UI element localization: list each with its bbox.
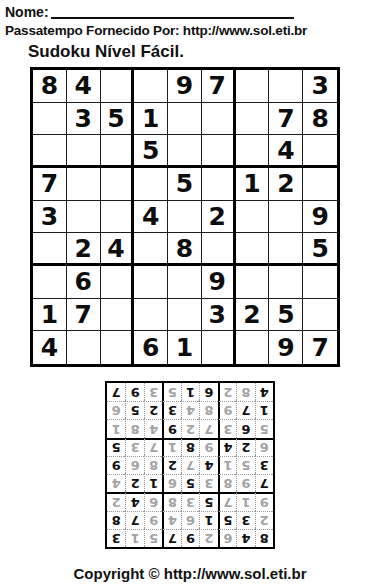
cell-r6c2: 2 (67, 233, 101, 266)
cell-r3c3 (101, 135, 135, 168)
solution-cell-r4c3: 8 (218, 474, 236, 492)
cell-r2c6 (202, 103, 236, 136)
solution-cell-r3c9: 2 (107, 492, 125, 510)
solution-cell-r5c5: 7 (181, 456, 199, 474)
cell-r1c4 (134, 70, 168, 103)
cell-r9c2 (67, 331, 101, 364)
solution-cell-r7c6: 9 (162, 419, 180, 437)
cell-r3c6 (202, 135, 236, 168)
cell-r6c7 (236, 233, 270, 266)
cell-r1c2: 4 (67, 70, 101, 103)
solution-cell-r4c1: 7 (255, 474, 273, 492)
solution-cell-r4c5: 5 (181, 474, 199, 492)
cell-r7c8 (269, 266, 303, 299)
solution-cell-r9c7: 3 (144, 383, 162, 401)
cell-r6c6 (202, 233, 236, 266)
solution-cell-r2c7: 9 (144, 511, 162, 529)
cell-r1c7 (236, 70, 270, 103)
cell-r4c2 (67, 168, 101, 201)
solution-cell-r8c7: 2 (144, 401, 162, 419)
cell-r4c3 (101, 168, 135, 201)
cell-r4c7: 1 (236, 168, 270, 201)
solution-grid-rotated: 8462975132351649789175386427983561243514… (105, 381, 275, 549)
name-row: Nome: (5, 3, 375, 20)
cell-r2c3: 5 (101, 103, 135, 136)
solution-cell-r5c4: 4 (199, 456, 217, 474)
solution-cell-r1c7: 5 (144, 529, 162, 547)
solution-cell-r7c3: 3 (218, 419, 236, 437)
solution-cell-r3c1: 9 (255, 492, 273, 510)
solution-cell-r3c7: 6 (144, 492, 162, 510)
solution-cell-r9c3: 2 (218, 383, 236, 401)
cell-r9c8: 9 (269, 331, 303, 364)
cell-r8c1: 1 (33, 299, 67, 332)
solution-cell-r9c8: 9 (125, 383, 143, 401)
cell-r3c4: 5 (134, 135, 168, 168)
cell-r5c1: 3 (33, 201, 67, 234)
solution-cell-r9c6: 5 (162, 383, 180, 401)
cell-r6c8 (269, 233, 303, 266)
solution-cell-r1c9: 3 (107, 529, 125, 547)
cell-r6c1 (33, 233, 67, 266)
solution-cell-r1c1: 8 (255, 529, 273, 547)
cell-r2c4: 1 (134, 103, 168, 136)
solution-cell-r4c9: 4 (107, 474, 125, 492)
cell-r5c5 (168, 201, 202, 234)
solution-cell-r4c7: 1 (144, 474, 162, 492)
provider-line: Passatempo Fornecido Por: http://www.sol… (5, 23, 375, 38)
cell-r6c9: 5 (303, 233, 337, 266)
solution-cell-r2c5: 6 (181, 511, 199, 529)
solution-cell-r2c8: 7 (125, 511, 143, 529)
solution-cell-r1c8: 1 (125, 529, 143, 547)
solution-cell-r2c2: 3 (236, 511, 254, 529)
solution-cell-r6c5: 8 (181, 438, 199, 456)
main-sudoku-grid: 849733517854751234292485691732546197 (30, 67, 340, 367)
solution-cell-r5c7: 8 (144, 456, 162, 474)
cell-r7c4 (134, 266, 168, 299)
cell-r1c5: 9 (168, 70, 202, 103)
solution-cell-r4c2: 9 (236, 474, 254, 492)
cell-r2c8: 7 (269, 103, 303, 136)
cell-r9c5: 1 (168, 331, 202, 364)
solution-cell-r3c2: 1 (236, 492, 254, 510)
solution-cell-r5c9: 9 (107, 456, 125, 474)
cell-r6c3: 4 (101, 233, 135, 266)
solution-cell-r6c1: 6 (255, 438, 273, 456)
cell-r7c1 (33, 266, 67, 299)
cell-r4c1: 7 (33, 168, 67, 201)
cell-r8c6: 3 (202, 299, 236, 332)
solution-cell-r1c4: 2 (199, 529, 217, 547)
solution-cell-r9c4: 6 (199, 383, 217, 401)
solution-cell-r5c2: 5 (236, 456, 254, 474)
cell-r5c9: 9 (303, 201, 337, 234)
cell-r2c7 (236, 103, 270, 136)
solution-cell-r3c8: 4 (125, 492, 143, 510)
copyright-text: Copyright © http://www.sol.eti.br (0, 565, 380, 582)
cell-r9c4: 6 (134, 331, 168, 364)
cell-r2c5 (168, 103, 202, 136)
solution-cell-r8c5: 4 (181, 401, 199, 419)
solution-cell-r5c1: 3 (255, 456, 273, 474)
cell-r9c6 (202, 331, 236, 364)
solution-cell-r6c6: 1 (162, 438, 180, 456)
cell-r5c6: 2 (202, 201, 236, 234)
cell-r2c2: 3 (67, 103, 101, 136)
cell-r8c5 (168, 299, 202, 332)
name-fill-in-line (51, 17, 294, 19)
solution-cell-r6c2: 2 (236, 438, 254, 456)
solution-cell-r3c6: 8 (162, 492, 180, 510)
solution-cell-r3c4: 5 (199, 492, 217, 510)
cell-r4c6 (202, 168, 236, 201)
solution-cell-r8c3: 9 (218, 401, 236, 419)
cell-r3c7 (236, 135, 270, 168)
solution-cell-r6c7: 7 (144, 438, 162, 456)
solution-cell-r8c9: 6 (107, 401, 125, 419)
cell-r7c5 (168, 266, 202, 299)
solution-cell-r8c2: 7 (236, 401, 254, 419)
cell-r9c7 (236, 331, 270, 364)
cell-r6c4 (134, 233, 168, 266)
cell-r1c8 (269, 70, 303, 103)
solution-cell-r8c6: 3 (162, 401, 180, 419)
solution-cell-r4c4: 3 (199, 474, 217, 492)
cell-r8c9 (303, 299, 337, 332)
cell-r3c5 (168, 135, 202, 168)
solution-cell-r2c1: 2 (255, 511, 273, 529)
solution-cell-r8c1: 1 (255, 401, 273, 419)
cell-r6c5: 8 (168, 233, 202, 266)
cell-r5c4: 4 (134, 201, 168, 234)
solution-cell-r1c2: 4 (236, 529, 254, 547)
solution-cell-r7c8: 8 (125, 419, 143, 437)
cell-r4c8: 2 (269, 168, 303, 201)
solution-cell-r4c6: 6 (162, 474, 180, 492)
solution-cell-r6c4: 9 (199, 438, 217, 456)
cell-r9c3 (101, 331, 135, 364)
solution-cell-r9c9: 7 (107, 383, 125, 401)
solution-cell-r2c3: 5 (218, 511, 236, 529)
cell-r9c1: 4 (33, 331, 67, 364)
solution-cell-r9c1: 4 (255, 383, 273, 401)
cell-r5c7 (236, 201, 270, 234)
name-label: Nome: (5, 4, 49, 20)
cell-r3c1 (33, 135, 67, 168)
solution-cell-r5c6: 2 (162, 456, 180, 474)
solution-cell-r9c2: 8 (236, 383, 254, 401)
cell-r1c1: 8 (33, 70, 67, 103)
cell-r4c5: 5 (168, 168, 202, 201)
solution-cell-r2c4: 1 (199, 511, 217, 529)
cell-r4c4 (134, 168, 168, 201)
solution-cell-r2c6: 4 (162, 511, 180, 529)
cell-r7c3 (101, 266, 135, 299)
solution-cell-r7c7: 4 (144, 419, 162, 437)
solution-cell-r9c5: 1 (181, 383, 199, 401)
solution-cell-r4c8: 2 (125, 474, 143, 492)
page-title: Sudoku Nível Fácil. (28, 42, 375, 62)
cell-r3c2 (67, 135, 101, 168)
solution-cell-r7c9: 1 (107, 419, 125, 437)
solution-cell-r3c5: 3 (181, 492, 199, 510)
cell-r5c8 (269, 201, 303, 234)
solution-cell-r7c4: 7 (199, 419, 217, 437)
cell-r7c7 (236, 266, 270, 299)
solution-cell-r6c9: 5 (107, 438, 125, 456)
cell-r4c9 (303, 168, 337, 201)
cell-r3c8: 4 (269, 135, 303, 168)
cell-r3c9 (303, 135, 337, 168)
cell-r8c7: 2 (236, 299, 270, 332)
solution-cell-r3c3: 7 (218, 492, 236, 510)
solution-cell-r8c8: 5 (125, 401, 143, 419)
solution-cell-r7c1: 5 (255, 419, 273, 437)
solution-cell-r7c5: 2 (181, 419, 199, 437)
cell-r5c2 (67, 201, 101, 234)
solution-cell-r1c5: 9 (181, 529, 199, 547)
solution-cell-r8c4: 8 (199, 401, 217, 419)
cell-r2c1 (33, 103, 67, 136)
page-header: Nome: Passatempo Fornecido Por: http://w… (0, 0, 380, 62)
cell-r8c2: 7 (67, 299, 101, 332)
solution-cell-r1c3: 6 (218, 529, 236, 547)
cell-r1c9: 3 (303, 70, 337, 103)
cell-r7c2: 6 (67, 266, 101, 299)
cell-r1c3 (101, 70, 135, 103)
solution-cell-r6c8: 3 (125, 438, 143, 456)
cell-r8c3 (101, 299, 135, 332)
solution-cell-r5c3: 1 (218, 456, 236, 474)
cell-r2c9: 8 (303, 103, 337, 136)
solution-cell-r7c2: 6 (236, 419, 254, 437)
cell-r7c6: 9 (202, 266, 236, 299)
solution-cell-r6c3: 4 (218, 438, 236, 456)
cell-r1c6: 7 (202, 70, 236, 103)
cell-r8c4 (134, 299, 168, 332)
solution-cell-r2c9: 8 (107, 511, 125, 529)
cell-r8c8: 5 (269, 299, 303, 332)
cell-r9c9: 7 (303, 331, 337, 364)
cell-r7c9 (303, 266, 337, 299)
solution-cell-r5c8: 6 (125, 456, 143, 474)
cell-r5c3 (101, 201, 135, 234)
solution-cell-r1c6: 7 (162, 529, 180, 547)
